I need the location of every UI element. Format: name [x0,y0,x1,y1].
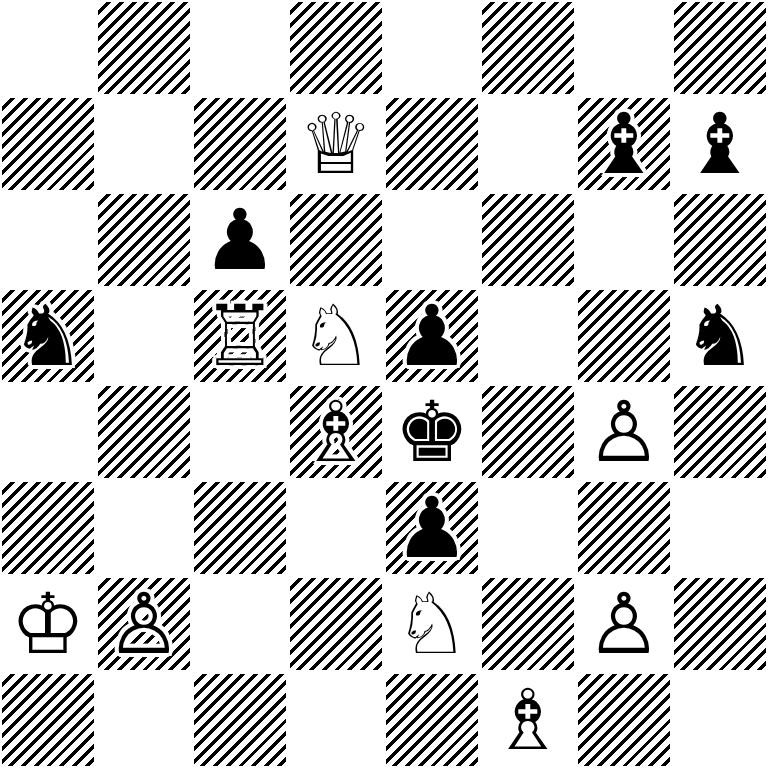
square-h6[interactable] [672,192,768,288]
black-bishop-g7[interactable]: ♝ [586,96,661,192]
square-f1[interactable]: ♗ [480,672,576,768]
square-b4[interactable] [96,384,192,480]
square-a2[interactable]: ♔ [0,576,96,672]
square-c8[interactable] [192,0,288,96]
square-a1[interactable] [0,672,96,768]
chess-diagram: ♕♝♝♟♞♖♘♟♞♗♚♙♟♔♙♘♙♗ [0,0,768,768]
white-bishop-f1[interactable]: ♗ [490,672,565,768]
square-g5[interactable] [576,288,672,384]
square-d2[interactable] [288,576,384,672]
white-bishop-d4[interactable]: ♗ [298,384,373,480]
white-knight-e2[interactable]: ♘ [394,576,469,672]
square-f5[interactable] [480,288,576,384]
square-e8[interactable] [384,0,480,96]
square-a4[interactable] [0,384,96,480]
white-pawn-g2[interactable]: ♙ [586,576,661,672]
black-bishop-h7[interactable]: ♝ [682,96,757,192]
square-g2[interactable]: ♙ [576,576,672,672]
white-rook-c5[interactable]: ♖ [202,288,277,384]
square-e3[interactable]: ♟ [384,480,480,576]
square-e7[interactable] [384,96,480,192]
square-b8[interactable] [96,0,192,96]
square-f2[interactable] [480,576,576,672]
square-c6[interactable]: ♟ [192,192,288,288]
black-knight-h5[interactable]: ♞ [682,288,757,384]
square-h5[interactable]: ♞ [672,288,768,384]
square-c2[interactable] [192,576,288,672]
square-a3[interactable] [0,480,96,576]
square-c5[interactable]: ♖ [192,288,288,384]
square-d6[interactable] [288,192,384,288]
black-pawn-e5[interactable]: ♟ [394,288,469,384]
square-h2[interactable] [672,576,768,672]
square-a7[interactable] [0,96,96,192]
square-e2[interactable]: ♘ [384,576,480,672]
square-c7[interactable] [192,96,288,192]
square-e5[interactable]: ♟ [384,288,480,384]
square-d5[interactable]: ♘ [288,288,384,384]
square-c3[interactable] [192,480,288,576]
black-pawn-c6[interactable]: ♟ [202,192,277,288]
black-king-e4[interactable]: ♚ [394,384,469,480]
square-g8[interactable] [576,0,672,96]
square-g6[interactable] [576,192,672,288]
white-pawn-b2[interactable]: ♙ [106,576,181,672]
black-pawn-e3[interactable]: ♟ [394,480,469,576]
square-d7[interactable]: ♕ [288,96,384,192]
chess-board: ♕♝♝♟♞♖♘♟♞♗♚♙♟♔♙♘♙♗ [0,0,768,768]
square-f6[interactable] [480,192,576,288]
square-b7[interactable] [96,96,192,192]
square-h3[interactable] [672,480,768,576]
square-d8[interactable] [288,0,384,96]
white-knight-d5[interactable]: ♘ [298,288,373,384]
square-c1[interactable] [192,672,288,768]
square-h8[interactable] [672,0,768,96]
white-pawn-g4[interactable]: ♙ [586,384,661,480]
square-b2[interactable]: ♙ [96,576,192,672]
square-d4[interactable]: ♗ [288,384,384,480]
square-d1[interactable] [288,672,384,768]
square-f3[interactable] [480,480,576,576]
black-knight-a5[interactable]: ♞ [10,288,85,384]
square-a8[interactable] [0,0,96,96]
white-queen-d7[interactable]: ♕ [298,96,373,192]
square-d3[interactable] [288,480,384,576]
square-e6[interactable] [384,192,480,288]
square-a6[interactable] [0,192,96,288]
square-f7[interactable] [480,96,576,192]
square-f8[interactable] [480,0,576,96]
white-king-a2[interactable]: ♔ [10,576,85,672]
square-h1[interactable] [672,672,768,768]
square-b3[interactable] [96,480,192,576]
square-c4[interactable] [192,384,288,480]
square-g4[interactable]: ♙ [576,384,672,480]
square-g3[interactable] [576,480,672,576]
square-b5[interactable] [96,288,192,384]
square-e4[interactable]: ♚ [384,384,480,480]
square-h7[interactable]: ♝ [672,96,768,192]
square-a5[interactable]: ♞ [0,288,96,384]
square-e1[interactable] [384,672,480,768]
square-g1[interactable] [576,672,672,768]
square-f4[interactable] [480,384,576,480]
square-g7[interactable]: ♝ [576,96,672,192]
square-h4[interactable] [672,384,768,480]
square-b6[interactable] [96,192,192,288]
square-b1[interactable] [96,672,192,768]
